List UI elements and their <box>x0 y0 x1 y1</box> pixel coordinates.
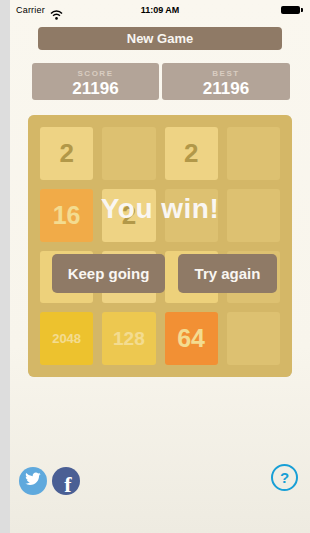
app-screen: Carrier 11:09 AM New Game SCORE 21196 BE… <box>10 0 310 533</box>
game-board[interactable]: 22162424204812864 You win! Keep going Tr… <box>28 115 292 377</box>
best-label: BEST <box>162 63 290 78</box>
score-label: SCORE <box>32 63 159 78</box>
twitter-share-button[interactable] <box>19 467 47 495</box>
score-value: 21196 <box>32 79 159 99</box>
twitter-bird-icon <box>25 472 41 490</box>
facebook-share-button[interactable]: f <box>52 467 80 495</box>
facebook-f-icon: f <box>64 472 71 495</box>
help-button[interactable]: ? <box>271 464 298 491</box>
best-box: BEST 21196 <box>162 63 290 100</box>
win-overlay-tint <box>28 115 292 377</box>
win-message: You win! <box>28 193 292 225</box>
score-box: SCORE 21196 <box>32 63 159 100</box>
keep-going-button[interactable]: Keep going <box>52 254 165 293</box>
try-again-button[interactable]: Try again <box>178 254 277 293</box>
clock: 11:09 AM <box>10 5 310 15</box>
battery-icon <box>281 6 300 14</box>
status-bar: Carrier 11:09 AM <box>10 0 310 20</box>
new-game-button[interactable]: New Game <box>38 27 282 50</box>
best-value: 21196 <box>162 79 290 99</box>
